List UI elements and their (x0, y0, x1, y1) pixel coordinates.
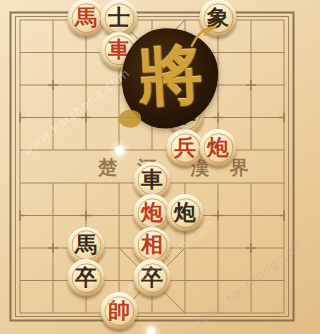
piece-character: 帥 (108, 299, 130, 321)
piece-character: 相 (141, 234, 163, 256)
piece-character: 士 (108, 6, 130, 28)
xiangqi-app-screen: { "game": "xiangqi", "position": { "fen"… (0, 0, 300, 334)
piece-black-general[interactable]: 將 (134, 32, 171, 69)
piece-red-horse[interactable]: 馬 (68, 0, 105, 36)
piece-character: 炮 (207, 136, 229, 158)
piece-black-pawn[interactable]: 卒 (134, 260, 171, 297)
piece-character: 車 (174, 103, 196, 125)
piece-red-elephant[interactable]: 相 (134, 227, 171, 264)
piece-black-chariot[interactable]: 車 (134, 162, 171, 199)
piece-character: 炮 (174, 201, 196, 223)
piece-character: 象 (207, 6, 229, 28)
piece-black-pawn[interactable]: 卒 (68, 260, 105, 297)
piece-character: 車 (108, 38, 130, 60)
piece-red-cannon[interactable]: 炮 (134, 195, 171, 232)
piece-red-cannon[interactable]: 炮 (200, 130, 237, 167)
piece-character: 炮 (141, 201, 163, 223)
piece-black-elephant[interactable]: 象 (200, 0, 237, 36)
piece-character: 兵 (174, 136, 196, 158)
piece-character: 卒 (75, 266, 97, 288)
piece-character: 馬 (75, 234, 97, 256)
xiangqi-board[interactable]: 楚 河 漢 界 馬士象車將車兵炮車炮炮相馬卒卒帥 將 www.haizhong.… (0, 0, 300, 334)
piece-red-pawn[interactable]: 兵 (167, 130, 204, 167)
piece-character: 車 (141, 169, 163, 191)
piece-character: 卒 (141, 266, 163, 288)
piece-red-chariot[interactable]: 車 (101, 32, 138, 69)
piece-black-cannon[interactable]: 炮 (167, 195, 204, 232)
piece-character: 將 (141, 38, 163, 60)
piece-red-general[interactable]: 帥 (101, 292, 138, 329)
piece-black-horse[interactable]: 馬 (68, 227, 105, 264)
piece-black-chariot[interactable]: 車 (167, 97, 204, 134)
piece-character: 馬 (75, 6, 97, 28)
